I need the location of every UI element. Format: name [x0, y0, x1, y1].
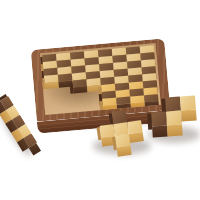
s-tetromino[interactable]: [150, 95, 197, 126]
board-cell: [46, 103, 61, 111]
board-cell: [116, 97, 131, 105]
board-cell: [74, 100, 89, 108]
board-cell: [60, 101, 75, 109]
board-cell: [102, 98, 117, 106]
light-cube: [102, 98, 117, 106]
piece-cell: [166, 110, 182, 125]
dark-cube: [165, 97, 181, 112]
tray-rim: [31, 38, 171, 121]
photo-stage: [0, 0, 200, 200]
dark-cube: [24, 133, 37, 147]
light-cube: [130, 95, 145, 103]
piece-cell: [151, 112, 167, 127]
dark-cube: [116, 97, 131, 105]
dark-cube: [151, 112, 167, 127]
light-cube: [180, 95, 196, 110]
board-cell: [130, 95, 145, 103]
tray-base: [40, 43, 161, 115]
bar-pentomino[interactable]: [0, 96, 37, 147]
piece-cell: [181, 109, 197, 124]
piece-cell: [165, 97, 181, 112]
piece-cell: [129, 132, 145, 146]
board-grid: [42, 45, 158, 111]
light-cube: [166, 110, 182, 125]
piece-cell: [24, 133, 37, 147]
piece-cell: [180, 95, 196, 110]
cross-pentomino[interactable]: [98, 108, 145, 149]
